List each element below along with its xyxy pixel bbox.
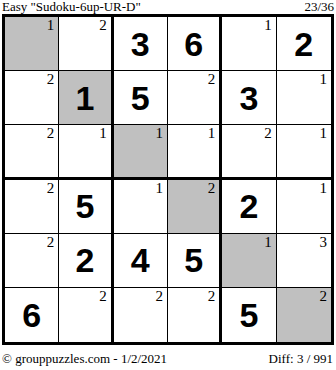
cell-r3c6[interactable]: 1: [277, 125, 331, 179]
cell-r3c4[interactable]: 1: [168, 125, 222, 179]
pencil-mark: 2: [208, 72, 216, 87]
cell-r3c5[interactable]: 2: [222, 125, 276, 179]
pencil-mark: 2: [99, 289, 107, 304]
pencil-mark: 2: [47, 126, 55, 141]
cell-r6c4[interactable]: 2: [168, 288, 222, 342]
given-digit: 5: [240, 298, 259, 332]
pencil-mark: 2: [99, 18, 107, 33]
pencil-mark: 1: [47, 18, 55, 33]
pencil-mark: 1: [208, 126, 216, 141]
given-digit: 2: [76, 243, 95, 277]
pencil-mark: 2: [319, 289, 327, 304]
cell-r6c3[interactable]: 2: [114, 288, 168, 342]
pencil-mark: 1: [155, 126, 163, 141]
cell-r6c6[interactable]: 2: [277, 288, 331, 342]
given-digit: 5: [184, 243, 203, 277]
cell-r4c4[interactable]: 2: [168, 180, 222, 234]
given-digit: 3: [240, 81, 259, 115]
cell-r2c4[interactable]: 2: [168, 71, 222, 125]
pencil-mark: 1: [264, 18, 272, 33]
pencil-mark: 2: [208, 181, 216, 196]
cell-r4c5[interactable]: 2: [222, 180, 276, 234]
given-digit: 5: [131, 81, 150, 115]
cell-r5c6[interactable]: 3: [277, 234, 331, 288]
pencil-mark: 2: [264, 126, 272, 141]
cell-r1c5[interactable]: 1: [222, 17, 276, 71]
cell-r6c2[interactable]: 2: [59, 288, 113, 342]
page: Easy "Sudoku-6up-UR-D" 23/36 12361221523…: [0, 0, 336, 370]
cell-r3c2[interactable]: 1: [59, 125, 113, 179]
cell-r2c2[interactable]: 1: [59, 71, 113, 125]
pencil-mark: 1: [319, 181, 327, 196]
cell-r5c2[interactable]: 2: [59, 234, 113, 288]
cell-r2c3[interactable]: 5: [114, 71, 168, 125]
copyright-text: © grouppuzzles.com - 1/2/2021: [2, 351, 167, 366]
pencil-mark: 2: [155, 289, 163, 304]
header: Easy "Sudoku-6up-UR-D" 23/36: [2, 0, 334, 13]
pencil-mark: 1: [155, 181, 163, 196]
cell-r4c2[interactable]: 5: [59, 180, 113, 234]
pencil-mark: 2: [47, 181, 55, 196]
cell-r1c2[interactable]: 2: [59, 17, 113, 71]
pencil-mark: 1: [264, 235, 272, 250]
cell-r5c1[interactable]: 2: [5, 234, 59, 288]
cell-r3c1[interactable]: 2: [5, 125, 59, 179]
pencil-mark: 3: [319, 235, 327, 250]
cell-r1c3[interactable]: 3: [114, 17, 168, 71]
cell-r1c4[interactable]: 6: [168, 17, 222, 71]
board: 123612215231211121251221224513622252: [2, 14, 334, 345]
difficulty-text: Diff: 3 / 991: [269, 351, 333, 366]
cell-r1c1[interactable]: 1: [5, 17, 59, 71]
cell-r5c5[interactable]: 1: [222, 234, 276, 288]
cell-r5c4[interactable]: 5: [168, 234, 222, 288]
given-digit: 5: [76, 189, 95, 223]
given-digit: 2: [294, 27, 313, 61]
footer: © grouppuzzles.com - 1/2/2021 Diff: 3 / …: [2, 351, 333, 366]
cell-r6c1[interactable]: 6: [5, 288, 59, 342]
cell-r4c3[interactable]: 1: [114, 180, 168, 234]
puzzle-title: Easy "Sudoku-6up-UR-D": [2, 0, 141, 13]
given-digit: 6: [184, 27, 203, 61]
cell-r1c6[interactable]: 2: [277, 17, 331, 71]
cell-r4c1[interactable]: 2: [5, 180, 59, 234]
cell-r2c5[interactable]: 3: [222, 71, 276, 125]
cell-r6c5[interactable]: 5: [222, 288, 276, 342]
given-digit: 3: [131, 27, 150, 61]
pencil-mark: 2: [47, 72, 55, 87]
pencil-mark: 1: [319, 126, 327, 141]
cell-r4c6[interactable]: 1: [277, 180, 331, 234]
cell-counter: 23/36: [304, 0, 334, 13]
pencil-mark: 1: [99, 126, 107, 141]
given-digit: 6: [22, 298, 41, 332]
pencil-mark: 2: [208, 289, 216, 304]
cell-r2c1[interactable]: 2: [5, 71, 59, 125]
pencil-mark: 1: [319, 72, 327, 87]
cell-r5c3[interactable]: 4: [114, 234, 168, 288]
given-digit: 4: [131, 243, 150, 277]
cell-r3c3[interactable]: 1: [114, 125, 168, 179]
given-digit: 1: [76, 81, 95, 115]
given-digit: 2: [240, 189, 259, 223]
cell-r2c6[interactable]: 1: [277, 71, 331, 125]
pencil-mark: 2: [47, 235, 55, 250]
